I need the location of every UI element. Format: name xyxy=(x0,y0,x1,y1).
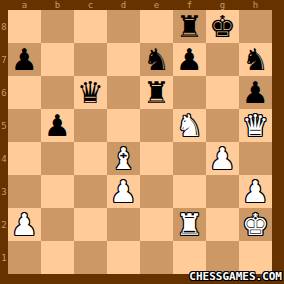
square-c6[interactable]: ♛ xyxy=(74,76,107,109)
square-c5[interactable] xyxy=(74,109,107,142)
file-label-b: b xyxy=(41,0,74,10)
square-d2[interactable] xyxy=(107,208,140,241)
square-h4[interactable] xyxy=(239,142,272,175)
square-f8[interactable]: ♜ xyxy=(173,10,206,43)
file-label-h: h xyxy=(239,0,272,10)
square-c4[interactable] xyxy=(74,142,107,175)
square-g2[interactable] xyxy=(206,208,239,241)
piece-white-king: ♚ xyxy=(239,208,272,241)
square-f4[interactable] xyxy=(173,142,206,175)
square-e2[interactable] xyxy=(140,208,173,241)
rank-label-8: 8 xyxy=(0,10,8,43)
piece-black-pawn: ♟ xyxy=(41,109,74,142)
piece-white-rook: ♜ xyxy=(173,208,206,241)
square-b2[interactable] xyxy=(41,208,74,241)
square-f3[interactable] xyxy=(173,175,206,208)
square-a4[interactable] xyxy=(8,142,41,175)
square-b1[interactable] xyxy=(41,241,74,274)
square-d1[interactable] xyxy=(107,241,140,274)
square-d8[interactable] xyxy=(107,10,140,43)
piece-black-pawn: ♟ xyxy=(239,76,272,109)
chess-board: ♜♚♟♞♟♞♛♜♟♟♞♛♝♟♟♟♟♜♚ xyxy=(8,10,272,274)
square-h8[interactable] xyxy=(239,10,272,43)
square-g6[interactable] xyxy=(206,76,239,109)
square-h5[interactable]: ♛ xyxy=(239,109,272,142)
piece-black-pawn: ♟ xyxy=(8,43,41,76)
square-c1[interactable] xyxy=(74,241,107,274)
square-e8[interactable] xyxy=(140,10,173,43)
rank-label-4: 4 xyxy=(0,142,8,175)
square-a3[interactable] xyxy=(8,175,41,208)
square-g4[interactable]: ♟ xyxy=(206,142,239,175)
square-g8[interactable]: ♚ xyxy=(206,10,239,43)
rank-labels: 87654321 xyxy=(0,10,8,274)
rank-label-3: 3 xyxy=(0,175,8,208)
square-e6[interactable]: ♜ xyxy=(140,76,173,109)
square-g5[interactable] xyxy=(206,109,239,142)
square-c3[interactable] xyxy=(74,175,107,208)
square-a7[interactable]: ♟ xyxy=(8,43,41,76)
square-b6[interactable] xyxy=(41,76,74,109)
square-h2[interactable]: ♚ xyxy=(239,208,272,241)
piece-white-queen: ♛ xyxy=(239,109,272,142)
piece-white-pawn: ♟ xyxy=(8,208,41,241)
piece-black-queen: ♛ xyxy=(74,76,107,109)
square-c7[interactable] xyxy=(74,43,107,76)
watermark: CHESSGAMES.COM xyxy=(189,270,282,283)
square-b5[interactable]: ♟ xyxy=(41,109,74,142)
piece-black-king: ♚ xyxy=(206,10,239,43)
piece-white-pawn: ♟ xyxy=(107,175,140,208)
square-c8[interactable] xyxy=(74,10,107,43)
square-a1[interactable] xyxy=(8,241,41,274)
square-c2[interactable] xyxy=(74,208,107,241)
piece-white-pawn: ♟ xyxy=(239,175,272,208)
rank-label-6: 6 xyxy=(0,76,8,109)
square-e1[interactable] xyxy=(140,241,173,274)
square-h7[interactable]: ♞ xyxy=(239,43,272,76)
file-label-d: d xyxy=(107,0,140,10)
square-a8[interactable] xyxy=(8,10,41,43)
square-a6[interactable] xyxy=(8,76,41,109)
piece-black-rook: ♜ xyxy=(173,10,206,43)
rank-label-5: 5 xyxy=(0,109,8,142)
square-d5[interactable] xyxy=(107,109,140,142)
square-d6[interactable] xyxy=(107,76,140,109)
piece-black-rook: ♜ xyxy=(140,76,173,109)
file-label-e: e xyxy=(140,0,173,10)
piece-white-bishop: ♝ xyxy=(107,142,140,175)
square-h6[interactable]: ♟ xyxy=(239,76,272,109)
square-e4[interactable] xyxy=(140,142,173,175)
square-f6[interactable] xyxy=(173,76,206,109)
chess-diagram: abcdefgh 87654321 ♜♚♟♞♟♞♛♜♟♟♞♛♝♟♟♟♟♜♚ CH… xyxy=(0,0,284,284)
square-b8[interactable] xyxy=(41,10,74,43)
square-g3[interactable] xyxy=(206,175,239,208)
rank-label-1: 1 xyxy=(0,241,8,274)
square-f7[interactable]: ♟ xyxy=(173,43,206,76)
square-f2[interactable]: ♜ xyxy=(173,208,206,241)
square-f5[interactable]: ♞ xyxy=(173,109,206,142)
square-e7[interactable]: ♞ xyxy=(140,43,173,76)
piece-black-knight: ♞ xyxy=(140,43,173,76)
file-label-c: c xyxy=(74,0,107,10)
piece-black-pawn: ♟ xyxy=(173,43,206,76)
square-b7[interactable] xyxy=(41,43,74,76)
square-d4[interactable]: ♝ xyxy=(107,142,140,175)
file-label-a: a xyxy=(8,0,41,10)
square-e3[interactable] xyxy=(140,175,173,208)
piece-white-pawn: ♟ xyxy=(206,142,239,175)
square-d3[interactable]: ♟ xyxy=(107,175,140,208)
square-a2[interactable]: ♟ xyxy=(8,208,41,241)
square-a5[interactable] xyxy=(8,109,41,142)
square-b4[interactable] xyxy=(41,142,74,175)
square-e5[interactable] xyxy=(140,109,173,142)
piece-white-knight: ♞ xyxy=(173,109,206,142)
square-d7[interactable] xyxy=(107,43,140,76)
square-b3[interactable] xyxy=(41,175,74,208)
piece-black-knight: ♞ xyxy=(239,43,272,76)
rank-label-2: 2 xyxy=(0,208,8,241)
square-h3[interactable]: ♟ xyxy=(239,175,272,208)
square-g7[interactable] xyxy=(206,43,239,76)
rank-label-7: 7 xyxy=(0,43,8,76)
